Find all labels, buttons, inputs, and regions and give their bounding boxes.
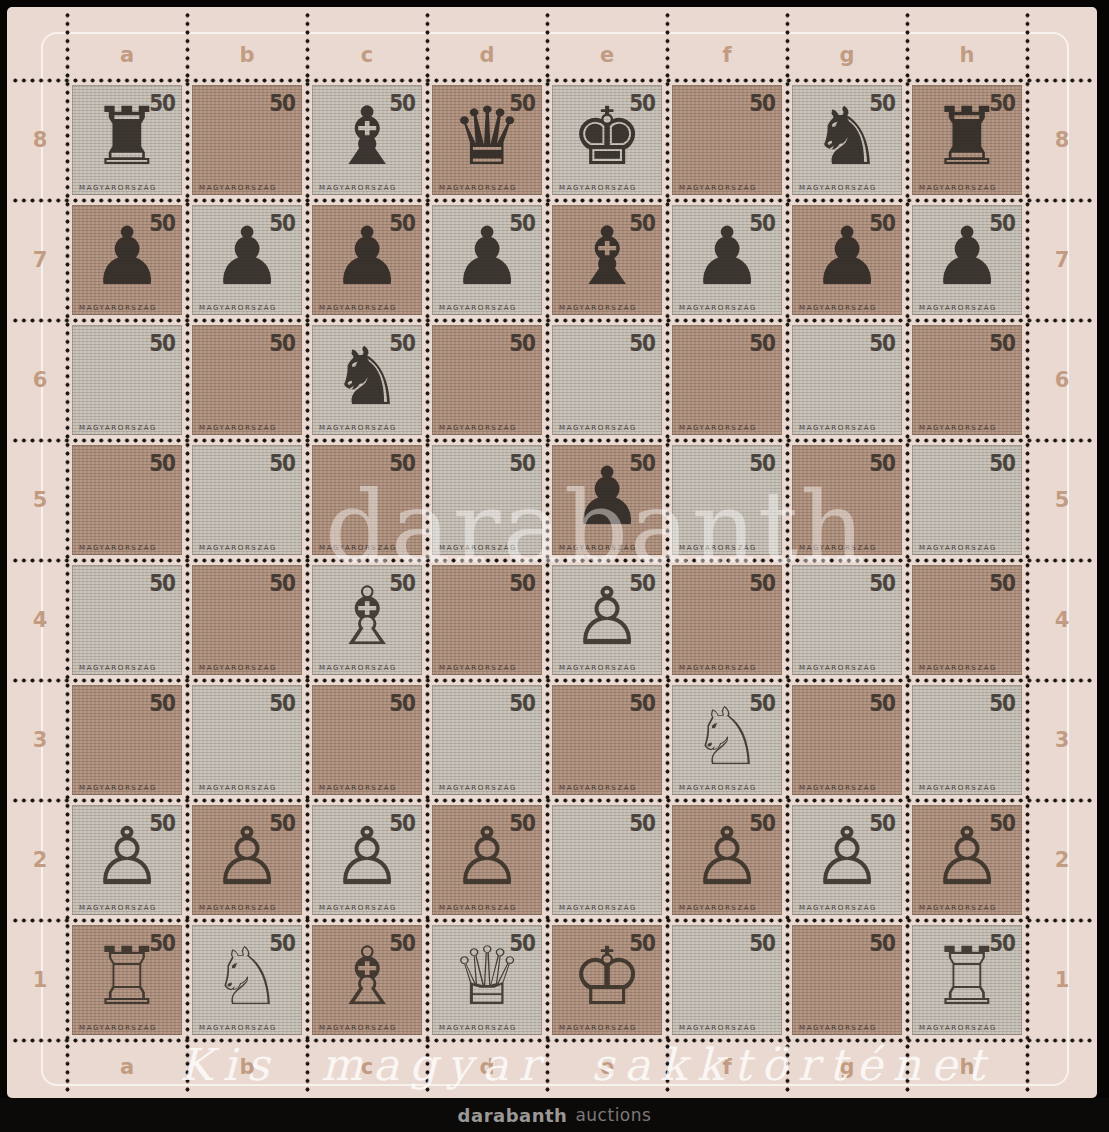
stamp-denomination: 50	[869, 450, 895, 477]
stamp-square-f1: 50MAGYARORSZÁG	[672, 925, 782, 1035]
stamp-country-label: MAGYARORSZÁG	[79, 1024, 157, 1032]
stamp-denomination: 50	[269, 570, 295, 597]
stamp-denomination: 50	[869, 570, 895, 597]
stamp-denomination: 50	[509, 330, 535, 357]
file-label-top-d: d	[427, 41, 547, 69]
stamp-denomination: 50	[989, 690, 1015, 717]
scanned-image: 50♜MAGYARORSZÁG50MAGYARORSZÁG50♝MAGYAROR…	[0, 0, 1109, 1132]
stamp-square-b4: 50MAGYARORSZÁG	[192, 565, 302, 675]
rank-label-left-2: 2	[25, 846, 55, 874]
stamp-denomination: 50	[989, 330, 1015, 357]
rank-label-left-8: 8	[25, 126, 55, 154]
stamp-square-d8: 50♛MAGYARORSZÁG	[432, 85, 542, 195]
white-rook-icon: ♖	[912, 925, 1022, 1029]
black-bishop-icon: ♝	[552, 205, 662, 309]
stamp-denomination: 50	[629, 690, 655, 717]
stamp-denomination: 50	[869, 930, 895, 957]
stamp-square-b8: 50MAGYARORSZÁG	[192, 85, 302, 195]
stamp-square-f6: 50MAGYARORSZÁG	[672, 325, 782, 435]
stamp-square-g7: 50♟MAGYARORSZÁG	[792, 205, 902, 315]
sheet-inscription: Kis magyar sakktörténet	[127, 1039, 1047, 1090]
stamp-denomination: 50	[869, 330, 895, 357]
stamp-country-label: MAGYARORSZÁG	[919, 784, 997, 792]
stamp-square-e8: 50♚MAGYARORSZÁG	[552, 85, 662, 195]
white-knight-icon: ♘	[672, 685, 782, 789]
stamp-square-d2: 50♙MAGYARORSZÁG	[432, 805, 542, 915]
rank-label-right-3: 3	[1047, 726, 1077, 754]
stamp-country-label: MAGYARORSZÁG	[679, 184, 757, 192]
black-rook-icon: ♜	[912, 85, 1022, 189]
stamp-country-label: MAGYARORSZÁG	[919, 424, 997, 432]
stamp-square-g8: 50♞MAGYARORSZÁG	[792, 85, 902, 195]
stamp-square-f2: 50♙MAGYARORSZÁG	[672, 805, 782, 915]
rank-label-right-1: 1	[1047, 966, 1077, 994]
stamp-country-label: MAGYARORSZÁG	[79, 424, 157, 432]
stamp-country-label: MAGYARORSZÁG	[439, 1024, 517, 1032]
stamp-country-label: MAGYARORSZÁG	[79, 784, 157, 792]
stamp-square-c7: 50♟MAGYARORSZÁG	[312, 205, 422, 315]
rank-label-left-6: 6	[25, 366, 55, 394]
stamp-square-f7: 50♟MAGYARORSZÁG	[672, 205, 782, 315]
stamp-square-c6: 50♞MAGYARORSZÁG	[312, 325, 422, 435]
rank-label-left-1: 1	[25, 966, 55, 994]
perforation-row	[11, 78, 1093, 83]
stamp-square-e7: 50♝MAGYARORSZÁG	[552, 205, 662, 315]
black-pawn-icon: ♟	[912, 205, 1022, 309]
stamp-country-label: MAGYARORSZÁG	[559, 784, 637, 792]
stamp-square-h6: 50MAGYARORSZÁG	[912, 325, 1022, 435]
stamp-country-label: MAGYARORSZÁG	[679, 304, 757, 312]
stamp-square-c1: 50♗MAGYARORSZÁG	[312, 925, 422, 1035]
stamp-square-d7: 50♟MAGYARORSZÁG	[432, 205, 542, 315]
stamp-denomination: 50	[149, 690, 175, 717]
stamp-country-label: MAGYARORSZÁG	[919, 544, 997, 552]
stamp-square-e6: 50MAGYARORSZÁG	[552, 325, 662, 435]
stamp-square-d3: 50MAGYARORSZÁG	[432, 685, 542, 795]
stamp-denomination: 50	[149, 450, 175, 477]
stamp-country-label: MAGYARORSZÁG	[919, 664, 997, 672]
stamp-denomination: 50	[989, 450, 1015, 477]
stamp-square-g1: 50MAGYARORSZÁG	[792, 925, 902, 1035]
stamp-square-d1: 50♕MAGYARORSZÁG	[432, 925, 542, 1035]
stamp-country-label: MAGYARORSZÁG	[559, 304, 637, 312]
white-pawn-icon: ♙	[312, 805, 422, 909]
stamp-country-label: MAGYARORSZÁG	[679, 784, 757, 792]
black-knight-icon: ♞	[312, 325, 422, 429]
stamp-country-label: MAGYARORSZÁG	[199, 784, 277, 792]
stamp-square-c2: 50♙MAGYARORSZÁG	[312, 805, 422, 915]
stamp-sheet: 50♜MAGYARORSZÁG50MAGYARORSZÁG50♝MAGYAROR…	[7, 7, 1097, 1098]
white-king-icon: ♔	[552, 925, 662, 1029]
stamp-country-label: MAGYARORSZÁG	[79, 184, 157, 192]
stamp-country-label: MAGYARORSZÁG	[199, 304, 277, 312]
stamp-country-label: MAGYARORSZÁG	[439, 424, 517, 432]
file-label-top-b: b	[187, 41, 307, 69]
stamp-country-label: MAGYARORSZÁG	[799, 784, 877, 792]
stamp-country-label: MAGYARORSZÁG	[319, 304, 397, 312]
white-pawn-icon: ♙	[432, 805, 542, 909]
stamp-square-c8: 50♝MAGYARORSZÁG	[312, 85, 422, 195]
stamp-square-f8: 50MAGYARORSZÁG	[672, 85, 782, 195]
stamp-square-b5: 50MAGYARORSZÁG	[192, 445, 302, 555]
white-queen-icon: ♕	[432, 925, 542, 1029]
stamp-square-h1: 50♖MAGYARORSZÁG	[912, 925, 1022, 1035]
stamp-square-g2: 50♙MAGYARORSZÁG	[792, 805, 902, 915]
stamp-country-label: MAGYARORSZÁG	[679, 664, 757, 672]
stamp-country-label: MAGYARORSZÁG	[199, 904, 277, 912]
black-pawn-icon: ♟	[192, 205, 302, 309]
stamp-country-label: MAGYARORSZÁG	[799, 664, 877, 672]
black-pawn-icon: ♟	[672, 205, 782, 309]
watermark: darabanth	[325, 469, 867, 586]
white-bishop-icon: ♗	[312, 925, 422, 1029]
auction-brand-suffix: auctions	[575, 1105, 651, 1125]
stamp-country-label: MAGYARORSZÁG	[799, 1024, 877, 1032]
stamp-denomination: 50	[389, 690, 415, 717]
stamp-square-b2: 50♙MAGYARORSZÁG	[192, 805, 302, 915]
stamp-country-label: MAGYARORSZÁG	[199, 424, 277, 432]
white-rook-icon: ♖	[72, 925, 182, 1029]
rank-label-right-5: 5	[1047, 486, 1077, 514]
stamp-square-a8: 50♜MAGYARORSZÁG	[72, 85, 182, 195]
black-queen-icon: ♛	[432, 85, 542, 189]
stamp-square-c3: 50MAGYARORSZÁG	[312, 685, 422, 795]
stamp-country-label: MAGYARORSZÁG	[319, 424, 397, 432]
stamp-country-label: MAGYARORSZÁG	[559, 904, 637, 912]
stamp-country-label: MAGYARORSZÁG	[919, 1024, 997, 1032]
stamp-country-label: MAGYARORSZÁG	[79, 304, 157, 312]
rank-label-right-8: 8	[1047, 126, 1077, 154]
stamp-square-b1: 50♘MAGYARORSZÁG	[192, 925, 302, 1035]
auction-footer-bar: darabanth auctions	[0, 1098, 1109, 1132]
stamp-country-label: MAGYARORSZÁG	[439, 904, 517, 912]
stamp-country-label: MAGYARORSZÁG	[439, 664, 517, 672]
stamp-country-label: MAGYARORSZÁG	[919, 304, 997, 312]
stamp-square-a3: 50MAGYARORSZÁG	[72, 685, 182, 795]
stamp-country-label: MAGYARORSZÁG	[319, 664, 397, 672]
stamp-country-label: MAGYARORSZÁG	[199, 1024, 277, 1032]
stamp-country-label: MAGYARORSZÁG	[79, 664, 157, 672]
stamp-country-label: MAGYARORSZÁG	[79, 544, 157, 552]
file-label-top-a: a	[67, 41, 187, 69]
stamp-country-label: MAGYARORSZÁG	[559, 1024, 637, 1032]
stamp-square-a7: 50♟MAGYARORSZÁG	[72, 205, 182, 315]
stamp-country-label: MAGYARORSZÁG	[679, 1024, 757, 1032]
stamp-country-label: MAGYARORSZÁG	[199, 664, 277, 672]
stamp-denomination: 50	[269, 90, 295, 117]
stamp-denomination: 50	[269, 450, 295, 477]
white-pawn-icon: ♙	[792, 805, 902, 909]
white-pawn-icon: ♙	[72, 805, 182, 909]
rank-label-left-7: 7	[25, 246, 55, 274]
stamp-denomination: 50	[629, 330, 655, 357]
stamp-country-label: MAGYARORSZÁG	[199, 544, 277, 552]
black-bishop-icon: ♝	[312, 85, 422, 189]
perforation-column	[65, 11, 70, 1094]
stamp-country-label: MAGYARORSZÁG	[679, 904, 757, 912]
black-pawn-icon: ♟	[432, 205, 542, 309]
stamp-square-h4: 50MAGYARORSZÁG	[912, 565, 1022, 675]
stamp-denomination: 50	[749, 930, 775, 957]
stamp-denomination: 50	[269, 330, 295, 357]
white-pawn-icon: ♙	[912, 805, 1022, 909]
white-pawn-icon: ♙	[192, 805, 302, 909]
stamp-country-label: MAGYARORSZÁG	[799, 304, 877, 312]
stamp-square-h8: 50♜MAGYARORSZÁG	[912, 85, 1022, 195]
black-pawn-icon: ♟	[792, 205, 902, 309]
stamp-square-b6: 50MAGYARORSZÁG	[192, 325, 302, 435]
stamp-country-label: MAGYARORSZÁG	[799, 904, 877, 912]
stamp-square-a4: 50MAGYARORSZÁG	[72, 565, 182, 675]
stamp-denomination: 50	[749, 330, 775, 357]
rank-label-left-3: 3	[25, 726, 55, 754]
stamp-square-a5: 50MAGYARORSZÁG	[72, 445, 182, 555]
file-label-top-h: h	[907, 41, 1027, 69]
file-label-top-g: g	[787, 41, 907, 69]
stamp-square-b7: 50♟MAGYARORSZÁG	[192, 205, 302, 315]
stamp-denomination: 50	[509, 690, 535, 717]
stamp-square-f3: 50♘MAGYARORSZÁG	[672, 685, 782, 795]
black-king-icon: ♚	[552, 85, 662, 189]
stamp-square-b3: 50MAGYARORSZÁG	[192, 685, 302, 795]
stamp-square-a1: 50♖MAGYARORSZÁG	[72, 925, 182, 1035]
stamp-country-label: MAGYARORSZÁG	[799, 424, 877, 432]
stamp-square-g6: 50MAGYARORSZÁG	[792, 325, 902, 435]
stamp-country-label: MAGYARORSZÁG	[439, 184, 517, 192]
stamp-country-label: MAGYARORSZÁG	[919, 184, 997, 192]
black-pawn-icon: ♟	[72, 205, 182, 309]
stamp-country-label: MAGYARORSZÁG	[319, 904, 397, 912]
file-label-top-e: e	[547, 41, 667, 69]
stamp-square-h5: 50MAGYARORSZÁG	[912, 445, 1022, 555]
stamp-country-label: MAGYARORSZÁG	[199, 184, 277, 192]
perforation-column	[1025, 11, 1030, 1094]
stamp-square-e2: 50MAGYARORSZÁG	[552, 805, 662, 915]
stamp-square-e3: 50MAGYARORSZÁG	[552, 685, 662, 795]
stamp-country-label: MAGYARORSZÁG	[559, 664, 637, 672]
stamp-denomination: 50	[989, 570, 1015, 597]
auction-brand: darabanth	[458, 1105, 568, 1126]
stamp-denomination: 50	[749, 90, 775, 117]
black-pawn-icon: ♟	[312, 205, 422, 309]
stamp-country-label: MAGYARORSZÁG	[799, 184, 877, 192]
stamp-denomination: 50	[149, 570, 175, 597]
white-pawn-icon: ♙	[672, 805, 782, 909]
stamp-square-e1: 50♔MAGYARORSZÁG	[552, 925, 662, 1035]
stamp-denomination: 50	[869, 690, 895, 717]
stamp-square-h7: 50♟MAGYARORSZÁG	[912, 205, 1022, 315]
stamp-square-h3: 50MAGYARORSZÁG	[912, 685, 1022, 795]
rank-label-right-6: 6	[1047, 366, 1077, 394]
stamp-country-label: MAGYARORSZÁG	[559, 424, 637, 432]
stamp-country-label: MAGYARORSZÁG	[439, 304, 517, 312]
file-label-top-c: c	[307, 41, 427, 69]
stamp-square-a6: 50MAGYARORSZÁG	[72, 325, 182, 435]
rank-label-left-4: 4	[25, 606, 55, 634]
file-label-top-f: f	[667, 41, 787, 69]
stamp-square-h2: 50♙MAGYARORSZÁG	[912, 805, 1022, 915]
rank-label-right-2: 2	[1047, 846, 1077, 874]
rank-label-right-4: 4	[1047, 606, 1077, 634]
stamp-denomination: 50	[149, 330, 175, 357]
black-knight-icon: ♞	[792, 85, 902, 189]
stamp-square-a2: 50♙MAGYARORSZÁG	[72, 805, 182, 915]
stamp-country-label: MAGYARORSZÁG	[319, 1024, 397, 1032]
stamp-country-label: MAGYARORSZÁG	[439, 784, 517, 792]
stamp-square-g3: 50MAGYARORSZÁG	[792, 685, 902, 795]
stamp-country-label: MAGYARORSZÁG	[319, 784, 397, 792]
stamp-country-label: MAGYARORSZÁG	[919, 904, 997, 912]
rank-label-right-7: 7	[1047, 246, 1077, 274]
stamp-country-label: MAGYARORSZÁG	[679, 424, 757, 432]
stamp-denomination: 50	[629, 810, 655, 837]
stamp-denomination: 50	[269, 690, 295, 717]
rank-label-left-5: 5	[25, 486, 55, 514]
white-knight-icon: ♘	[192, 925, 302, 1029]
black-rook-icon: ♜	[72, 85, 182, 189]
stamp-country-label: MAGYARORSZÁG	[559, 184, 637, 192]
stamp-country-label: MAGYARORSZÁG	[79, 904, 157, 912]
stamp-country-label: MAGYARORSZÁG	[319, 184, 397, 192]
stamp-square-d6: 50MAGYARORSZÁG	[432, 325, 542, 435]
